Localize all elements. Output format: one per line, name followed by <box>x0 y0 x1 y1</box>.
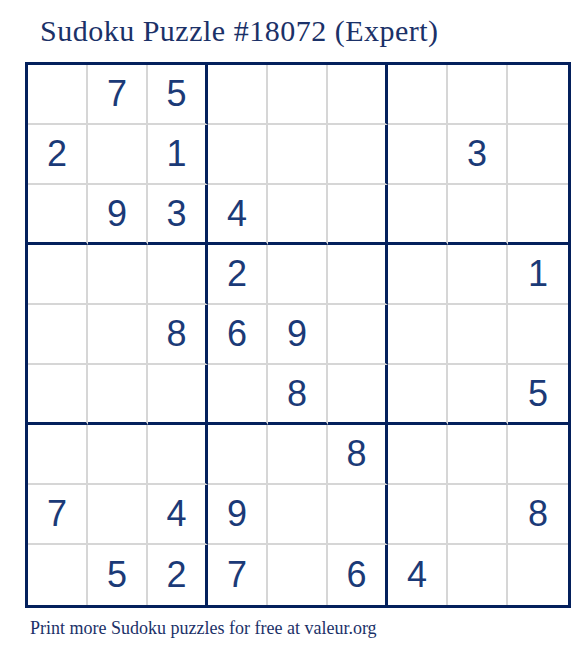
cell-r1c7-empty[interactable] <box>388 65 448 125</box>
cell-r5c8-empty[interactable] <box>448 305 508 365</box>
cell-r6c2-empty[interactable] <box>88 365 148 425</box>
cell-r9c9-empty[interactable] <box>508 545 568 605</box>
cell-r6c9-given: 5 <box>508 365 568 425</box>
cell-r2c6-empty[interactable] <box>328 125 388 185</box>
cell-r6c4-empty[interactable] <box>208 365 268 425</box>
cell-r9c4-given: 7 <box>208 545 268 605</box>
cell-r1c4-empty[interactable] <box>208 65 268 125</box>
cell-r9c8-empty[interactable] <box>448 545 508 605</box>
cell-r7c9-empty[interactable] <box>508 425 568 485</box>
cell-r2c8-given: 3 <box>448 125 508 185</box>
cell-r3c6-empty[interactable] <box>328 185 388 245</box>
cell-r8c2-empty[interactable] <box>88 485 148 545</box>
cell-r1c8-empty[interactable] <box>448 65 508 125</box>
cell-r1c6-empty[interactable] <box>328 65 388 125</box>
cell-r9c3-given: 2 <box>148 545 208 605</box>
cell-r7c7-empty[interactable] <box>388 425 448 485</box>
cell-r1c2-given: 7 <box>88 65 148 125</box>
cell-r3c9-empty[interactable] <box>508 185 568 245</box>
cell-r2c4-empty[interactable] <box>208 125 268 185</box>
cell-r9c1-empty[interactable] <box>28 545 88 605</box>
cell-r1c9-empty[interactable] <box>508 65 568 125</box>
cell-r9c2-given: 5 <box>88 545 148 605</box>
cell-r4c5-empty[interactable] <box>268 245 328 305</box>
cell-r8c8-empty[interactable] <box>448 485 508 545</box>
cell-r7c2-empty[interactable] <box>88 425 148 485</box>
cell-r6c7-empty[interactable] <box>388 365 448 425</box>
cell-r7c6-given: 8 <box>328 425 388 485</box>
cell-r2c3-given: 1 <box>148 125 208 185</box>
cell-r5c5-given: 9 <box>268 305 328 365</box>
cell-r8c7-empty[interactable] <box>388 485 448 545</box>
cell-r5c6-empty[interactable] <box>328 305 388 365</box>
cell-r8c3-given: 4 <box>148 485 208 545</box>
cell-r2c7-empty[interactable] <box>388 125 448 185</box>
cell-r5c2-empty[interactable] <box>88 305 148 365</box>
cell-r3c5-empty[interactable] <box>268 185 328 245</box>
cell-r5c9-empty[interactable] <box>508 305 568 365</box>
cell-r4c2-empty[interactable] <box>88 245 148 305</box>
cell-r5c3-given: 8 <box>148 305 208 365</box>
cell-r6c1-empty[interactable] <box>28 365 88 425</box>
page-title: Sudoku Puzzle #18072 (Expert) <box>40 14 439 48</box>
cell-r7c4-empty[interactable] <box>208 425 268 485</box>
cell-r4c8-empty[interactable] <box>448 245 508 305</box>
cell-r4c3-empty[interactable] <box>148 245 208 305</box>
cell-r1c5-empty[interactable] <box>268 65 328 125</box>
cell-r7c8-empty[interactable] <box>448 425 508 485</box>
cell-r6c8-empty[interactable] <box>448 365 508 425</box>
cell-r9c7-given: 4 <box>388 545 448 605</box>
cell-r5c1-empty[interactable] <box>28 305 88 365</box>
cell-r1c1-empty[interactable] <box>28 65 88 125</box>
cell-r8c4-given: 9 <box>208 485 268 545</box>
cell-r2c2-empty[interactable] <box>88 125 148 185</box>
cell-r4c9-given: 1 <box>508 245 568 305</box>
cell-r4c4-given: 2 <box>208 245 268 305</box>
cell-r7c5-empty[interactable] <box>268 425 328 485</box>
cell-r1c3-given: 5 <box>148 65 208 125</box>
cell-r3c2-given: 9 <box>88 185 148 245</box>
cell-r2c9-empty[interactable] <box>508 125 568 185</box>
cell-r2c1-given: 2 <box>28 125 88 185</box>
cell-r3c1-empty[interactable] <box>28 185 88 245</box>
cell-r3c8-empty[interactable] <box>448 185 508 245</box>
cell-r5c7-empty[interactable] <box>388 305 448 365</box>
cell-r6c5-given: 8 <box>268 365 328 425</box>
cell-r6c6-empty[interactable] <box>328 365 388 425</box>
cell-r4c7-empty[interactable] <box>388 245 448 305</box>
cell-r8c5-empty[interactable] <box>268 485 328 545</box>
cell-r4c1-empty[interactable] <box>28 245 88 305</box>
cell-r5c4-given: 6 <box>208 305 268 365</box>
cell-r4c6-empty[interactable] <box>328 245 388 305</box>
cell-r8c9-given: 8 <box>508 485 568 545</box>
cell-r6c3-empty[interactable] <box>148 365 208 425</box>
cell-r7c1-empty[interactable] <box>28 425 88 485</box>
cell-r2c5-empty[interactable] <box>268 125 328 185</box>
cell-r3c3-given: 3 <box>148 185 208 245</box>
cell-r9c5-empty[interactable] <box>268 545 328 605</box>
cell-r3c7-empty[interactable] <box>388 185 448 245</box>
footer-text: Print more Sudoku puzzles for free at va… <box>30 618 377 639</box>
cell-r8c1-given: 7 <box>28 485 88 545</box>
cell-r9c6-given: 6 <box>328 545 388 605</box>
cell-r7c3-empty[interactable] <box>148 425 208 485</box>
cell-r8c6-empty[interactable] <box>328 485 388 545</box>
cell-r3c4-given: 4 <box>208 185 268 245</box>
sudoku-board: 7521393421869858749852764 <box>25 62 571 608</box>
